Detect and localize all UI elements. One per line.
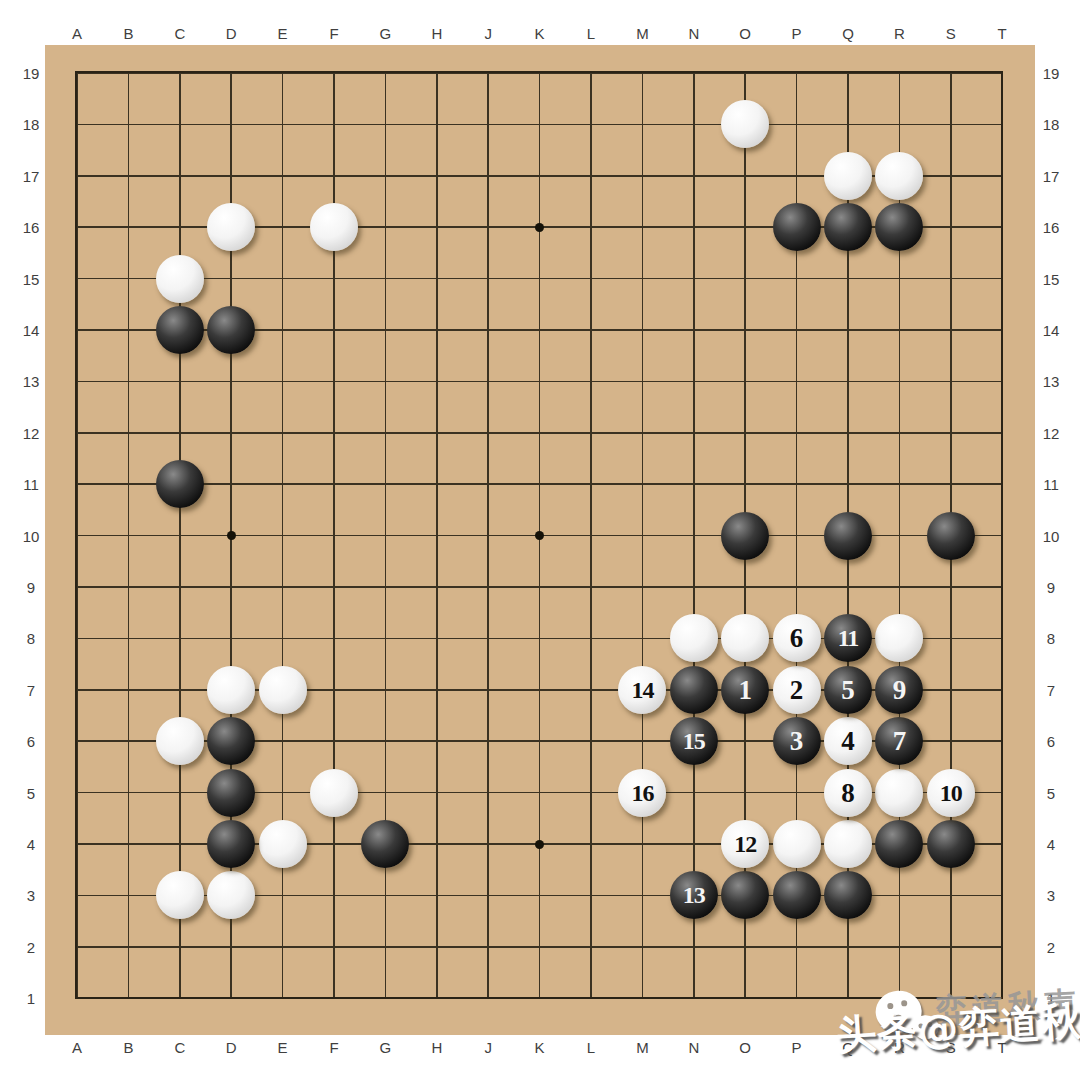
go-diagram-page: AABBCCDDEEFFGGHHJJKKLLMMNNOOPPQQRRSSTT19…	[0, 0, 1080, 1080]
coord-label-right-5: 5	[1047, 784, 1055, 801]
stone-black-S10	[927, 512, 975, 560]
move-number: 11	[838, 614, 859, 662]
stone-black-Q16	[824, 203, 872, 251]
coord-label-left-15: 15	[23, 270, 40, 287]
coord-label-bottom-Q: Q	[842, 1039, 854, 1056]
move-number: 5	[841, 666, 855, 714]
coord-label-left-2: 2	[27, 938, 35, 955]
coord-label-left-14: 14	[23, 322, 40, 339]
coord-label-right-12: 12	[1043, 424, 1060, 441]
coord-label-left-5: 5	[27, 784, 35, 801]
coord-label-top-P: P	[792, 25, 802, 42]
coord-label-top-O: O	[739, 25, 751, 42]
stone-white-Q4	[824, 820, 872, 868]
stone-white-M5: 16	[618, 769, 666, 817]
coord-label-left-8: 8	[27, 630, 35, 647]
coord-label-bottom-P: P	[792, 1039, 802, 1056]
coord-label-top-E: E	[278, 25, 288, 42]
coord-label-right-9: 9	[1047, 579, 1055, 596]
coord-label-bottom-D: D	[226, 1039, 237, 1056]
coord-label-left-12: 12	[23, 424, 40, 441]
coord-label-left-10: 10	[23, 527, 40, 544]
move-number: 14	[631, 666, 653, 714]
move-number: 15	[683, 717, 705, 765]
stone-black-D14	[207, 306, 255, 354]
move-number: 1	[738, 666, 752, 714]
coord-label-top-B: B	[123, 25, 133, 42]
move-number: 2	[790, 666, 804, 714]
stone-black-S4	[927, 820, 975, 868]
coord-label-left-3: 3	[27, 887, 35, 904]
coord-label-bottom-J: J	[484, 1039, 492, 1056]
coord-label-bottom-F: F	[329, 1039, 338, 1056]
stone-white-M7: 14	[618, 666, 666, 714]
coord-label-top-T: T	[998, 25, 1007, 42]
coord-label-top-R: R	[894, 25, 905, 42]
coord-label-bottom-B: B	[123, 1039, 133, 1056]
move-number: 9	[893, 666, 907, 714]
coord-label-left-18: 18	[23, 116, 40, 133]
coord-label-bottom-H: H	[431, 1039, 442, 1056]
move-number: 7	[893, 717, 907, 765]
stone-white-P4	[773, 820, 821, 868]
stone-white-C15	[156, 255, 204, 303]
coord-label-left-19: 19	[23, 65, 40, 82]
coord-label-top-M: M	[636, 25, 649, 42]
stone-white-P8: 6	[773, 614, 821, 662]
stone-black-C11	[156, 460, 204, 508]
coord-label-top-D: D	[226, 25, 237, 42]
stone-white-Q17	[824, 152, 872, 200]
coord-label-top-K: K	[535, 25, 545, 42]
stone-white-F16	[310, 203, 358, 251]
stone-black-N6: 15	[670, 717, 718, 765]
coord-label-top-J: J	[484, 25, 492, 42]
coord-label-top-S: S	[946, 25, 956, 42]
coord-label-right-17: 17	[1043, 167, 1060, 184]
coord-label-top-F: F	[329, 25, 338, 42]
move-number: 4	[841, 717, 855, 765]
coord-label-left-4: 4	[27, 836, 35, 853]
coord-label-bottom-G: G	[380, 1039, 392, 1056]
stone-white-E7	[259, 666, 307, 714]
stone-white-P7: 2	[773, 666, 821, 714]
coord-label-left-16: 16	[23, 219, 40, 236]
move-number: 12	[734, 820, 756, 868]
stone-black-N7	[670, 666, 718, 714]
move-number: 16	[631, 769, 653, 817]
coord-label-right-1: 1	[1047, 990, 1055, 1007]
coord-label-right-19: 19	[1043, 65, 1060, 82]
coord-label-right-11: 11	[1043, 476, 1059, 493]
coord-label-right-8: 8	[1047, 630, 1055, 647]
coord-label-right-10: 10	[1043, 527, 1060, 544]
coord-label-right-6: 6	[1047, 733, 1055, 750]
coord-label-bottom-T: T	[998, 1039, 1007, 1056]
stone-black-R7: 9	[875, 666, 923, 714]
coord-label-left-9: 9	[27, 579, 35, 596]
coord-label-bottom-N: N	[688, 1039, 699, 1056]
coord-label-right-2: 2	[1047, 938, 1055, 955]
stone-white-C3	[156, 871, 204, 919]
stone-black-N3: 13	[670, 871, 718, 919]
stone-black-Q10	[824, 512, 872, 560]
stone-white-E4	[259, 820, 307, 868]
stone-white-N8	[670, 614, 718, 662]
stone-white-R5	[875, 769, 923, 817]
stone-black-D4	[207, 820, 255, 868]
coord-label-right-4: 4	[1047, 836, 1055, 853]
stone-black-P6: 3	[773, 717, 821, 765]
stone-white-F5	[310, 769, 358, 817]
stone-white-S5: 10	[927, 769, 975, 817]
coord-label-top-N: N	[688, 25, 699, 42]
stone-white-Q5: 8	[824, 769, 872, 817]
coord-label-top-G: G	[380, 25, 392, 42]
stone-black-C14	[156, 306, 204, 354]
coord-label-top-Q: Q	[842, 25, 854, 42]
coord-label-bottom-L: L	[587, 1039, 595, 1056]
stone-white-C6	[156, 717, 204, 765]
move-number: 3	[790, 717, 804, 765]
stone-black-O10	[721, 512, 769, 560]
coord-label-bottom-K: K	[535, 1039, 545, 1056]
stone-white-Q6: 4	[824, 717, 872, 765]
coord-label-left-7: 7	[27, 681, 35, 698]
move-number: 6	[790, 614, 804, 662]
stone-white-R17	[875, 152, 923, 200]
coord-label-left-17: 17	[23, 167, 40, 184]
stone-black-P3	[773, 871, 821, 919]
coord-label-bottom-O: O	[739, 1039, 751, 1056]
stone-black-Q7: 5	[824, 666, 872, 714]
coord-label-bottom-A: A	[72, 1039, 82, 1056]
coord-label-left-1: 1	[27, 990, 35, 1007]
coord-label-right-7: 7	[1047, 681, 1055, 698]
coord-label-bottom-M: M	[636, 1039, 649, 1056]
move-number: 8	[841, 769, 855, 817]
stone-black-P16	[773, 203, 821, 251]
coord-label-left-11: 11	[23, 476, 39, 493]
move-number: 10	[940, 769, 962, 817]
coord-label-bottom-S: S	[946, 1039, 956, 1056]
stone-white-O4: 12	[721, 820, 769, 868]
stone-black-D5	[207, 769, 255, 817]
coord-label-left-13: 13	[23, 373, 40, 390]
coord-label-bottom-C: C	[174, 1039, 185, 1056]
stone-black-O7: 1	[721, 666, 769, 714]
stone-white-D7	[207, 666, 255, 714]
move-number: 13	[683, 871, 705, 919]
coord-label-right-18: 18	[1043, 116, 1060, 133]
coord-label-right-16: 16	[1043, 219, 1060, 236]
coord-label-top-C: C	[174, 25, 185, 42]
coord-label-right-3: 3	[1047, 887, 1055, 904]
coord-label-top-H: H	[431, 25, 442, 42]
coord-label-right-15: 15	[1043, 270, 1060, 287]
coord-label-right-14: 14	[1043, 322, 1060, 339]
coord-label-left-6: 6	[27, 733, 35, 750]
coord-label-top-L: L	[587, 25, 595, 42]
coord-label-right-13: 13	[1043, 373, 1060, 390]
coord-label-bottom-E: E	[278, 1039, 288, 1056]
coord-label-top-A: A	[72, 25, 82, 42]
coord-label-bottom-R: R	[894, 1039, 905, 1056]
